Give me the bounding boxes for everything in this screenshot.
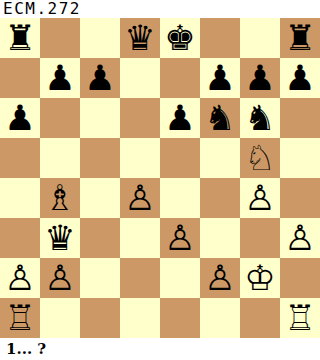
square-h1[interactable]: ♖ (280, 298, 320, 338)
white-rook[interactable]: ♖ (284, 298, 315, 339)
square-e2[interactable] (160, 258, 200, 298)
square-f5[interactable] (200, 138, 240, 178)
black-queen[interactable]: ♛ (124, 18, 155, 59)
square-e6[interactable]: ♟ (160, 98, 200, 138)
white-king[interactable]: ♔ (244, 258, 275, 299)
black-rook[interactable]: ♜ (284, 18, 315, 59)
square-e4[interactable] (160, 178, 200, 218)
white-knight[interactable]: ♘ (244, 138, 275, 179)
square-h7[interactable]: ♟ (280, 58, 320, 98)
square-g8[interactable] (240, 18, 280, 58)
white-rook[interactable]: ♖ (4, 298, 35, 339)
square-c6[interactable] (80, 98, 120, 138)
square-g4[interactable]: ♙ (240, 178, 280, 218)
square-d6[interactable] (120, 98, 160, 138)
square-g1[interactable] (240, 298, 280, 338)
black-pawn[interactable]: ♟ (44, 58, 75, 99)
move-prompt: 1... ? (6, 339, 46, 360)
white-pawn[interactable]: ♙ (44, 258, 75, 299)
black-queen[interactable]: ♛ (44, 218, 75, 259)
square-c3[interactable] (80, 218, 120, 258)
square-h6[interactable] (280, 98, 320, 138)
black-pawn[interactable]: ♟ (244, 58, 275, 99)
chess-board: ♜♛♚♜♟♟♟♟♟♟♟♞♞♘♗♙♙♛♙♙♙♙♙♔♖♖ (0, 18, 320, 338)
square-f2[interactable]: ♙ (200, 258, 240, 298)
square-d2[interactable] (120, 258, 160, 298)
square-c1[interactable] (80, 298, 120, 338)
black-pawn[interactable]: ♟ (164, 98, 195, 139)
square-a3[interactable] (0, 218, 40, 258)
white-pawn[interactable]: ♙ (4, 258, 35, 299)
square-d4[interactable]: ♙ (120, 178, 160, 218)
square-c4[interactable] (80, 178, 120, 218)
square-c5[interactable] (80, 138, 120, 178)
square-b4[interactable]: ♗ (40, 178, 80, 218)
square-a8[interactable]: ♜ (0, 18, 40, 58)
black-rook[interactable]: ♜ (4, 18, 35, 59)
square-b8[interactable] (40, 18, 80, 58)
square-c7[interactable]: ♟ (80, 58, 120, 98)
square-g5[interactable]: ♘ (240, 138, 280, 178)
square-c8[interactable] (80, 18, 120, 58)
square-b3[interactable]: ♛ (40, 218, 80, 258)
square-a1[interactable]: ♖ (0, 298, 40, 338)
square-g7[interactable]: ♟ (240, 58, 280, 98)
square-f4[interactable] (200, 178, 240, 218)
square-d7[interactable] (120, 58, 160, 98)
white-pawn[interactable]: ♙ (124, 178, 155, 219)
black-pawn[interactable]: ♟ (204, 58, 235, 99)
square-a2[interactable]: ♙ (0, 258, 40, 298)
square-d3[interactable] (120, 218, 160, 258)
square-e5[interactable] (160, 138, 200, 178)
white-bishop[interactable]: ♗ (44, 178, 75, 219)
diagram-title: ECM.272 (3, 0, 81, 18)
square-b1[interactable] (40, 298, 80, 338)
black-knight[interactable]: ♞ (244, 98, 275, 139)
black-king[interactable]: ♚ (164, 18, 195, 59)
square-b5[interactable] (40, 138, 80, 178)
square-h5[interactable] (280, 138, 320, 178)
square-b2[interactable]: ♙ (40, 258, 80, 298)
square-e7[interactable] (160, 58, 200, 98)
white-pawn[interactable]: ♙ (244, 178, 275, 219)
white-pawn[interactable]: ♙ (164, 218, 195, 259)
black-pawn[interactable]: ♟ (4, 98, 35, 139)
square-f7[interactable]: ♟ (200, 58, 240, 98)
square-a7[interactable] (0, 58, 40, 98)
square-c2[interactable] (80, 258, 120, 298)
black-pawn[interactable]: ♟ (84, 58, 115, 99)
square-b6[interactable] (40, 98, 80, 138)
square-h4[interactable] (280, 178, 320, 218)
square-d8[interactable]: ♛ (120, 18, 160, 58)
square-h2[interactable] (280, 258, 320, 298)
square-d5[interactable] (120, 138, 160, 178)
square-b7[interactable]: ♟ (40, 58, 80, 98)
black-knight[interactable]: ♞ (204, 98, 235, 139)
square-f1[interactable] (200, 298, 240, 338)
square-a5[interactable] (0, 138, 40, 178)
square-a4[interactable] (0, 178, 40, 218)
square-g2[interactable]: ♔ (240, 258, 280, 298)
square-a6[interactable]: ♟ (0, 98, 40, 138)
square-d1[interactable] (120, 298, 160, 338)
square-f3[interactable] (200, 218, 240, 258)
square-e1[interactable] (160, 298, 200, 338)
square-h8[interactable]: ♜ (280, 18, 320, 58)
black-pawn[interactable]: ♟ (284, 58, 315, 99)
square-h3[interactable]: ♙ (280, 218, 320, 258)
square-f8[interactable] (200, 18, 240, 58)
square-f6[interactable]: ♞ (200, 98, 240, 138)
square-g6[interactable]: ♞ (240, 98, 280, 138)
square-e8[interactable]: ♚ (160, 18, 200, 58)
white-pawn[interactable]: ♙ (284, 218, 315, 259)
white-pawn[interactable]: ♙ (204, 258, 235, 299)
square-g3[interactable] (240, 218, 280, 258)
square-e3[interactable]: ♙ (160, 218, 200, 258)
